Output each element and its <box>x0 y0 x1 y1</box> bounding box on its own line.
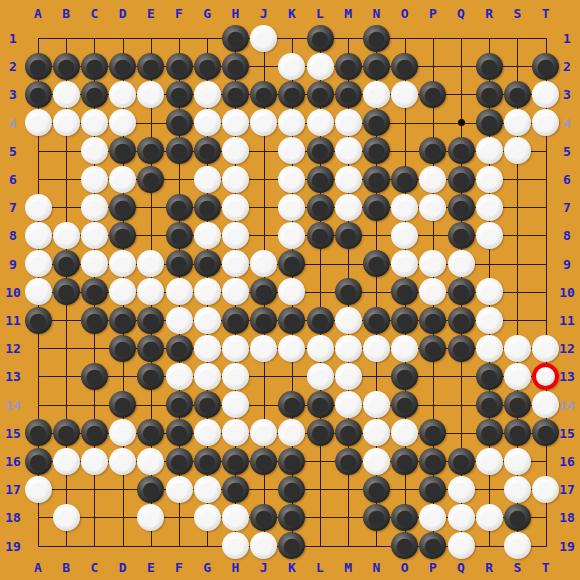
intersection-C11[interactable]: ● <box>80 306 108 334</box>
intersection-E12[interactable]: ● <box>137 334 165 362</box>
intersection-E1[interactable] <box>137 24 165 52</box>
white-stone[interactable]: ● <box>166 476 193 503</box>
black-stone[interactable]: ● <box>109 391 136 418</box>
intersection-P16[interactable]: ● <box>419 447 447 475</box>
white-stone[interactable]: ● <box>476 307 503 334</box>
intersection-E2[interactable]: ● <box>137 52 165 80</box>
white-stone[interactable]: ● <box>250 250 277 277</box>
intersection-L14[interactable]: ● <box>306 391 334 419</box>
intersection-G13[interactable]: ● <box>193 362 221 390</box>
intersection-M1[interactable] <box>334 24 362 52</box>
white-stone[interactable]: ● <box>278 137 305 164</box>
intersection-O5[interactable] <box>391 137 419 165</box>
black-stone[interactable]: ● <box>363 476 390 503</box>
white-stone[interactable]: ● <box>419 166 446 193</box>
intersection-E17[interactable]: ● <box>137 475 165 503</box>
intersection-B7[interactable] <box>52 193 80 221</box>
white-stone[interactable]: ● <box>222 222 249 249</box>
white-stone[interactable]: ● <box>335 166 362 193</box>
intersection-A4[interactable]: ● <box>24 109 52 137</box>
intersection-P15[interactable]: ● <box>419 419 447 447</box>
intersection-Q3[interactable] <box>447 80 475 108</box>
white-stone[interactable]: ● <box>419 504 446 531</box>
intersection-F14[interactable]: ● <box>165 391 193 419</box>
black-stone[interactable]: ● <box>109 137 136 164</box>
black-stone[interactable]: ● <box>222 81 249 108</box>
intersection-F7[interactable]: ● <box>165 193 193 221</box>
intersection-J10[interactable]: ● <box>250 278 278 306</box>
intersection-T5[interactable] <box>532 137 560 165</box>
intersection-Q9[interactable]: ● <box>447 250 475 278</box>
black-stone[interactable]: ● <box>278 250 305 277</box>
intersection-J14[interactable] <box>250 391 278 419</box>
intersection-J11[interactable]: ● <box>250 306 278 334</box>
intersection-Q11[interactable]: ● <box>447 306 475 334</box>
intersection-G14[interactable]: ● <box>193 391 221 419</box>
black-stone[interactable]: ● <box>81 363 108 390</box>
intersection-T10[interactable] <box>532 278 560 306</box>
last-move-stone[interactable]: ● <box>532 363 559 390</box>
intersection-K18[interactable]: ● <box>278 503 306 531</box>
intersection-P18[interactable]: ● <box>419 503 447 531</box>
intersection-J12[interactable]: ● <box>250 334 278 362</box>
white-stone[interactable]: ● <box>448 476 475 503</box>
intersection-N2[interactable]: ● <box>362 52 390 80</box>
intersection-C13[interactable]: ● <box>80 362 108 390</box>
intersection-N16[interactable]: ● <box>362 447 390 475</box>
intersection-O3[interactable]: ● <box>391 80 419 108</box>
intersection-F19[interactable] <box>165 532 193 560</box>
black-stone[interactable]: ● <box>391 307 418 334</box>
intersection-O9[interactable]: ● <box>391 250 419 278</box>
intersection-C9[interactable]: ● <box>80 250 108 278</box>
intersection-T15[interactable]: ● <box>532 419 560 447</box>
black-stone[interactable]: ● <box>335 448 362 475</box>
white-stone[interactable]: ● <box>109 250 136 277</box>
intersection-D12[interactable]: ● <box>109 334 137 362</box>
white-stone[interactable]: ● <box>419 250 446 277</box>
white-stone[interactable]: ● <box>504 532 531 559</box>
black-stone[interactable]: ● <box>53 419 80 446</box>
black-stone[interactable]: ● <box>363 53 390 80</box>
white-stone[interactable]: ● <box>250 335 277 362</box>
black-stone[interactable]: ● <box>419 419 446 446</box>
intersection-R2[interactable]: ● <box>475 52 503 80</box>
intersection-K4[interactable]: ● <box>278 109 306 137</box>
intersection-O11[interactable]: ● <box>391 306 419 334</box>
white-stone[interactable]: ● <box>250 532 277 559</box>
intersection-E4[interactable] <box>137 109 165 137</box>
intersection-D4[interactable]: ● <box>109 109 137 137</box>
black-stone[interactable]: ● <box>278 476 305 503</box>
white-stone[interactable]: ● <box>391 335 418 362</box>
intersection-G10[interactable]: ● <box>193 278 221 306</box>
intersection-Q18[interactable]: ● <box>447 503 475 531</box>
intersection-B10[interactable]: ● <box>52 278 80 306</box>
intersection-J18[interactable]: ● <box>250 503 278 531</box>
intersection-K6[interactable]: ● <box>278 165 306 193</box>
white-stone[interactable]: ● <box>504 363 531 390</box>
intersection-M8[interactable]: ● <box>334 221 362 249</box>
white-stone[interactable]: ● <box>222 194 249 221</box>
intersection-L19[interactable] <box>306 532 334 560</box>
black-stone[interactable]: ● <box>194 391 221 418</box>
intersection-E5[interactable]: ● <box>137 137 165 165</box>
intersection-Q7[interactable]: ● <box>447 193 475 221</box>
intersection-F3[interactable]: ● <box>165 80 193 108</box>
intersection-M5[interactable]: ● <box>334 137 362 165</box>
black-stone[interactable]: ● <box>532 53 559 80</box>
intersection-M18[interactable] <box>334 503 362 531</box>
intersection-A7[interactable]: ● <box>24 193 52 221</box>
black-stone[interactable]: ● <box>307 137 334 164</box>
intersection-O16[interactable]: ● <box>391 447 419 475</box>
intersection-M17[interactable] <box>334 475 362 503</box>
intersection-R14[interactable]: ● <box>475 391 503 419</box>
black-stone[interactable]: ● <box>109 194 136 221</box>
intersection-D2[interactable]: ● <box>109 52 137 80</box>
intersection-R4[interactable]: ● <box>475 109 503 137</box>
black-stone[interactable]: ● <box>25 419 52 446</box>
intersection-G19[interactable] <box>193 532 221 560</box>
intersection-F5[interactable]: ● <box>165 137 193 165</box>
black-stone[interactable]: ● <box>476 363 503 390</box>
black-stone[interactable]: ● <box>250 307 277 334</box>
intersection-D6[interactable]: ● <box>109 165 137 193</box>
intersection-B2[interactable]: ● <box>52 52 80 80</box>
intersection-Q16[interactable]: ● <box>447 447 475 475</box>
intersection-P9[interactable]: ● <box>419 250 447 278</box>
white-stone[interactable]: ● <box>448 532 475 559</box>
intersection-F12[interactable]: ● <box>165 334 193 362</box>
black-stone[interactable]: ● <box>137 335 164 362</box>
white-stone[interactable]: ● <box>532 335 559 362</box>
intersection-N14[interactable]: ● <box>362 391 390 419</box>
black-stone[interactable]: ● <box>137 307 164 334</box>
black-stone[interactable]: ● <box>250 504 277 531</box>
white-stone[interactable]: ● <box>532 81 559 108</box>
white-stone[interactable]: ● <box>363 335 390 362</box>
black-stone[interactable]: ● <box>53 278 80 305</box>
white-stone[interactable]: ● <box>476 448 503 475</box>
intersection-S3[interactable]: ● <box>503 80 531 108</box>
white-stone[interactable]: ● <box>532 391 559 418</box>
intersection-A13[interactable] <box>24 362 52 390</box>
intersection-P2[interactable] <box>419 52 447 80</box>
black-stone[interactable]: ● <box>166 391 193 418</box>
intersection-T12[interactable]: ● <box>532 334 560 362</box>
black-stone[interactable]: ● <box>391 391 418 418</box>
intersection-C12[interactable] <box>80 334 108 362</box>
intersection-N1[interactable]: ● <box>362 24 390 52</box>
intersection-E9[interactable]: ● <box>137 250 165 278</box>
intersection-J7[interactable] <box>250 193 278 221</box>
intersection-A19[interactable] <box>24 532 52 560</box>
black-stone[interactable]: ● <box>194 137 221 164</box>
intersection-D14[interactable]: ● <box>109 391 137 419</box>
intersection-R1[interactable] <box>475 24 503 52</box>
intersection-H1[interactable]: ● <box>221 24 249 52</box>
intersection-B14[interactable] <box>52 391 80 419</box>
intersection-G5[interactable]: ● <box>193 137 221 165</box>
intersection-G4[interactable]: ● <box>193 109 221 137</box>
white-stone[interactable]: ● <box>81 166 108 193</box>
intersection-H19[interactable]: ● <box>221 532 249 560</box>
black-stone[interactable]: ● <box>194 448 221 475</box>
intersection-O8[interactable]: ● <box>391 221 419 249</box>
black-stone[interactable]: ● <box>307 166 334 193</box>
white-stone[interactable]: ● <box>137 81 164 108</box>
black-stone[interactable]: ● <box>391 532 418 559</box>
intersection-O18[interactable]: ● <box>391 503 419 531</box>
black-stone[interactable]: ● <box>476 109 503 136</box>
intersection-T3[interactable]: ● <box>532 80 560 108</box>
intersection-D7[interactable]: ● <box>109 193 137 221</box>
white-stone[interactable]: ● <box>53 222 80 249</box>
intersection-L8[interactable]: ● <box>306 221 334 249</box>
white-stone[interactable]: ● <box>391 419 418 446</box>
intersection-A12[interactable] <box>24 334 52 362</box>
intersection-K1[interactable] <box>278 24 306 52</box>
black-stone[interactable]: ● <box>194 250 221 277</box>
intersection-J15[interactable]: ● <box>250 419 278 447</box>
black-stone[interactable]: ● <box>391 278 418 305</box>
white-stone[interactable]: ● <box>194 419 221 446</box>
intersection-H6[interactable]: ● <box>221 165 249 193</box>
intersection-R16[interactable]: ● <box>475 447 503 475</box>
intersection-P14[interactable] <box>419 391 447 419</box>
white-stone[interactable]: ● <box>363 81 390 108</box>
white-stone[interactable]: ● <box>166 307 193 334</box>
intersection-S7[interactable] <box>503 193 531 221</box>
intersection-K7[interactable]: ● <box>278 193 306 221</box>
intersection-F18[interactable] <box>165 503 193 531</box>
intersection-E16[interactable]: ● <box>137 447 165 475</box>
black-stone[interactable]: ● <box>137 419 164 446</box>
intersection-K10[interactable]: ● <box>278 278 306 306</box>
intersection-K12[interactable]: ● <box>278 334 306 362</box>
intersection-J8[interactable] <box>250 221 278 249</box>
intersection-R18[interactable]: ● <box>475 503 503 531</box>
white-stone[interactable]: ● <box>222 166 249 193</box>
intersection-H18[interactable]: ● <box>221 503 249 531</box>
intersection-A2[interactable]: ● <box>24 52 52 80</box>
white-stone[interactable]: ● <box>335 109 362 136</box>
white-stone[interactable]: ● <box>25 109 52 136</box>
white-stone[interactable]: ● <box>222 278 249 305</box>
black-stone[interactable]: ● <box>391 166 418 193</box>
intersection-S11[interactable] <box>503 306 531 334</box>
white-stone[interactable]: ● <box>335 391 362 418</box>
white-stone[interactable]: ● <box>137 250 164 277</box>
black-stone[interactable]: ● <box>25 81 52 108</box>
intersection-Q1[interactable] <box>447 24 475 52</box>
white-stone[interactable]: ● <box>335 335 362 362</box>
intersection-M12[interactable]: ● <box>334 334 362 362</box>
intersection-J4[interactable]: ● <box>250 109 278 137</box>
white-stone[interactable]: ● <box>194 307 221 334</box>
intersection-O4[interactable] <box>391 109 419 137</box>
white-stone[interactable]: ● <box>53 81 80 108</box>
white-stone[interactable]: ● <box>81 137 108 164</box>
intersection-L13[interactable]: ● <box>306 362 334 390</box>
white-stone[interactable]: ● <box>278 335 305 362</box>
white-stone[interactable]: ● <box>476 504 503 531</box>
white-stone[interactable]: ● <box>137 504 164 531</box>
intersection-T11[interactable] <box>532 306 560 334</box>
black-stone[interactable]: ● <box>448 278 475 305</box>
intersection-P3[interactable]: ● <box>419 80 447 108</box>
intersection-F8[interactable]: ● <box>165 221 193 249</box>
black-stone[interactable]: ● <box>25 448 52 475</box>
intersection-T13[interactable]: ● <box>532 362 560 390</box>
white-stone[interactable]: ● <box>109 81 136 108</box>
black-stone[interactable]: ● <box>307 81 334 108</box>
black-stone[interactable]: ● <box>137 53 164 80</box>
intersection-J6[interactable] <box>250 165 278 193</box>
intersection-R15[interactable]: ● <box>475 419 503 447</box>
white-stone[interactable]: ● <box>335 194 362 221</box>
intersection-G6[interactable]: ● <box>193 165 221 193</box>
intersection-N6[interactable]: ● <box>362 165 390 193</box>
intersection-C8[interactable]: ● <box>80 221 108 249</box>
intersection-M4[interactable]: ● <box>334 109 362 137</box>
black-stone[interactable]: ● <box>363 504 390 531</box>
black-stone[interactable]: ● <box>81 81 108 108</box>
white-stone[interactable]: ● <box>53 504 80 531</box>
intersection-O12[interactable]: ● <box>391 334 419 362</box>
white-stone[interactable]: ● <box>278 109 305 136</box>
white-stone[interactable]: ● <box>81 109 108 136</box>
black-stone[interactable]: ● <box>307 391 334 418</box>
intersection-L17[interactable] <box>306 475 334 503</box>
black-stone[interactable]: ● <box>166 250 193 277</box>
intersection-Q4[interactable] <box>447 109 475 137</box>
intersection-A8[interactable]: ● <box>24 221 52 249</box>
black-stone[interactable]: ● <box>448 137 475 164</box>
white-stone[interactable]: ● <box>81 222 108 249</box>
intersection-L9[interactable] <box>306 250 334 278</box>
intersection-P11[interactable]: ● <box>419 306 447 334</box>
intersection-M7[interactable]: ● <box>334 193 362 221</box>
intersection-L5[interactable]: ● <box>306 137 334 165</box>
intersection-B1[interactable] <box>52 24 80 52</box>
white-stone[interactable]: ● <box>81 250 108 277</box>
white-stone[interactable]: ● <box>250 109 277 136</box>
intersection-G9[interactable]: ● <box>193 250 221 278</box>
intersection-G11[interactable]: ● <box>193 306 221 334</box>
black-stone[interactable]: ● <box>419 137 446 164</box>
intersection-S5[interactable]: ● <box>503 137 531 165</box>
intersection-K19[interactable]: ● <box>278 532 306 560</box>
white-stone[interactable]: ● <box>391 194 418 221</box>
black-stone[interactable]: ● <box>307 222 334 249</box>
intersection-H4[interactable]: ● <box>221 109 249 137</box>
intersection-P10[interactable]: ● <box>419 278 447 306</box>
intersection-Q10[interactable]: ● <box>447 278 475 306</box>
intersection-T17[interactable]: ● <box>532 475 560 503</box>
intersection-A10[interactable]: ● <box>24 278 52 306</box>
intersection-N15[interactable]: ● <box>362 419 390 447</box>
intersection-S17[interactable]: ● <box>503 475 531 503</box>
intersection-J5[interactable] <box>250 137 278 165</box>
intersection-D3[interactable]: ● <box>109 80 137 108</box>
black-stone[interactable]: ● <box>109 335 136 362</box>
white-stone[interactable]: ● <box>307 335 334 362</box>
intersection-T9[interactable] <box>532 250 560 278</box>
white-stone[interactable]: ● <box>307 109 334 136</box>
white-stone[interactable]: ● <box>25 278 52 305</box>
intersection-J17[interactable] <box>250 475 278 503</box>
intersection-N11[interactable]: ● <box>362 306 390 334</box>
intersection-K8[interactable]: ● <box>278 221 306 249</box>
intersection-B19[interactable] <box>52 532 80 560</box>
intersection-H9[interactable]: ● <box>221 250 249 278</box>
white-stone[interactable]: ● <box>363 391 390 418</box>
intersection-G3[interactable]: ● <box>193 80 221 108</box>
black-stone[interactable]: ● <box>137 363 164 390</box>
intersection-N12[interactable]: ● <box>362 334 390 362</box>
intersection-O13[interactable]: ● <box>391 362 419 390</box>
intersection-Q13[interactable] <box>447 362 475 390</box>
white-stone[interactable]: ● <box>53 448 80 475</box>
intersection-C7[interactable]: ● <box>80 193 108 221</box>
intersection-D17[interactable] <box>109 475 137 503</box>
white-stone[interactable]: ● <box>109 448 136 475</box>
intersection-J2[interactable] <box>250 52 278 80</box>
intersection-P6[interactable]: ● <box>419 165 447 193</box>
intersection-Q19[interactable]: ● <box>447 532 475 560</box>
intersection-G15[interactable]: ● <box>193 419 221 447</box>
intersection-B6[interactable] <box>52 165 80 193</box>
black-stone[interactable]: ● <box>448 335 475 362</box>
intersection-K16[interactable]: ● <box>278 447 306 475</box>
white-stone[interactable]: ● <box>194 81 221 108</box>
intersection-R3[interactable]: ● <box>475 80 503 108</box>
white-stone[interactable]: ● <box>278 166 305 193</box>
white-stone[interactable]: ● <box>448 504 475 531</box>
intersection-E11[interactable]: ● <box>137 306 165 334</box>
intersection-H16[interactable]: ● <box>221 447 249 475</box>
intersection-H10[interactable]: ● <box>221 278 249 306</box>
intersection-E8[interactable] <box>137 221 165 249</box>
white-stone[interactable]: ● <box>25 194 52 221</box>
intersection-Q15[interactable] <box>447 419 475 447</box>
intersection-D5[interactable]: ● <box>109 137 137 165</box>
intersection-F1[interactable] <box>165 24 193 52</box>
black-stone[interactable]: ● <box>363 166 390 193</box>
black-stone[interactable]: ● <box>81 419 108 446</box>
intersection-G2[interactable]: ● <box>193 52 221 80</box>
white-stone[interactable]: ● <box>419 278 446 305</box>
intersection-H14[interactable]: ● <box>221 391 249 419</box>
intersection-H17[interactable]: ● <box>221 475 249 503</box>
white-stone[interactable]: ● <box>476 335 503 362</box>
intersection-A11[interactable]: ● <box>24 306 52 334</box>
intersection-E10[interactable]: ● <box>137 278 165 306</box>
black-stone[interactable]: ● <box>391 448 418 475</box>
intersection-F16[interactable]: ● <box>165 447 193 475</box>
black-stone[interactable]: ● <box>391 363 418 390</box>
intersection-P7[interactable]: ● <box>419 193 447 221</box>
white-stone[interactable]: ● <box>81 194 108 221</box>
intersection-H2[interactable]: ● <box>221 52 249 80</box>
intersection-J9[interactable]: ● <box>250 250 278 278</box>
intersection-F9[interactable]: ● <box>165 250 193 278</box>
intersection-M15[interactable]: ● <box>334 419 362 447</box>
intersection-B9[interactable]: ● <box>52 250 80 278</box>
black-stone[interactable]: ● <box>391 53 418 80</box>
